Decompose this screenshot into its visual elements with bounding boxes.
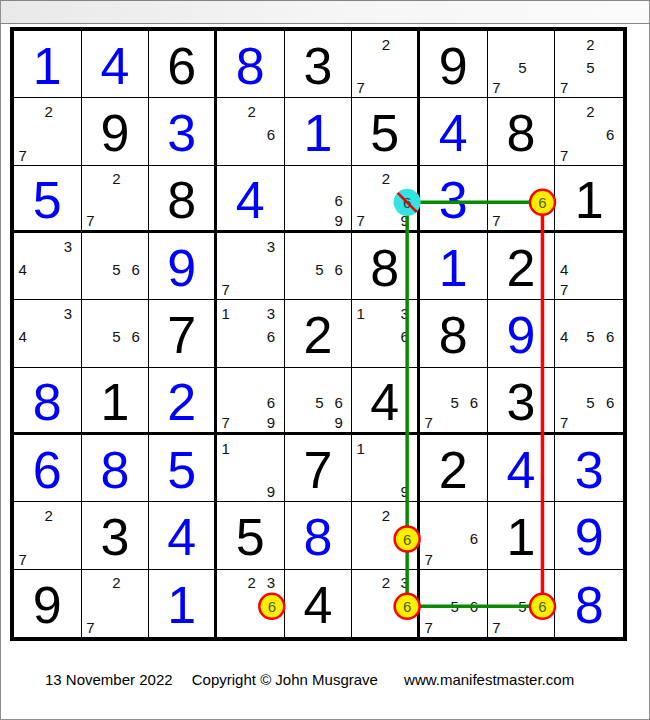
pencil-mark: 5 [315,395,323,410]
cell-value: 7 [304,444,333,496]
pencil-mark: 6 [606,329,614,344]
cell-r1c3[interactable]: 6 [149,31,217,98]
footer-date: 13 November 2022 [45,671,173,688]
pencil-mark: 3 [267,305,275,320]
cell-r8c6[interactable]: 2 [352,502,420,569]
cell-value: 9 [575,511,604,563]
pencil-mark: 6 [334,261,342,276]
pencil-mark: 5 [586,395,594,410]
cell-r7c5[interactable]: 7 [285,435,353,502]
pencil-mark: 7 [221,415,229,430]
pencil-mark: 5 [112,329,120,344]
cell-r5c8[interactable]: 9 [488,300,556,367]
pencil-mark: 7 [424,619,432,634]
cell-r9c3[interactable]: 1 [149,570,217,637]
window-top-bar [0,0,650,24]
cell-r6c7[interactable]: 567 [420,368,488,435]
cell-r1c9[interactable]: 257 [555,31,623,98]
cell-r2c2[interactable]: 9 [82,98,150,165]
cell-r4c1[interactable]: 34 [14,233,82,300]
cell-value: 4 [439,107,468,159]
cell-r8c9[interactable]: 9 [555,502,623,569]
pencil-mark: 7 [357,213,365,228]
cell-r2c4[interactable]: 26 [217,98,285,165]
cell-r3c2[interactable]: 27 [82,166,150,233]
cell-r6c2[interactable]: 1 [82,368,150,435]
cell-r7c8[interactable]: 4 [488,435,556,502]
cell-value: 2 [439,444,468,496]
cell-r8c3[interactable]: 4 [149,502,217,569]
cell-r5c6[interactable]: 136 [352,300,420,367]
pencil-mark: 6 [267,127,275,142]
pencil-mark: 3 [401,305,409,320]
cell-value: 1 [507,511,536,563]
cell-r9c7[interactable]: 567 [420,570,488,637]
cell-value: 8 [370,242,399,294]
pencil-mark: 4 [18,329,26,344]
cell-value: 1 [33,40,62,92]
cell-value: 4 [370,376,399,428]
cell-r3c3[interactable]: 8 [149,166,217,233]
cell-r9c1[interactable]: 9 [14,570,82,637]
pencil-mark: 7 [424,551,432,566]
cell-r2c9[interactable]: 267 [555,98,623,165]
cell-r3c9[interactable]: 1 [555,166,623,233]
footer: 13 November 2022 Copyright © John Musgra… [45,671,574,688]
pencil-mark: 6 [470,531,478,546]
cell-value: 1 [167,579,196,631]
cell-value: 1 [101,376,130,428]
cell-r9c9[interactable]: 8 [555,570,623,637]
cell-value: 9 [167,242,196,294]
pencil-mark: 6 [267,395,275,410]
cell-value: 3 [575,444,604,496]
pencil-mark: 6 [606,127,614,142]
cell-r4c5[interactable]: 56 [285,233,353,300]
pencil-mark: 6 [267,329,275,344]
cell-r7c7[interactable]: 2 [420,435,488,502]
cell-value: 3 [439,174,468,226]
cell-r2c8[interactable]: 8 [488,98,556,165]
cell-value: 8 [304,511,333,563]
cell-r3c4[interactable]: 4 [217,166,285,233]
cell-r8c5[interactable]: 8 [285,502,353,569]
cell-r2c6[interactable]: 5 [352,98,420,165]
pencil-mark: 9 [267,415,275,430]
cell-value: 1 [575,174,604,226]
pencil-mark: 3 [64,238,72,253]
cell-value: 6 [33,444,62,496]
cell-r4c8[interactable]: 2 [488,233,556,300]
pencil-mark: 2 [112,575,120,590]
cell-r9c8[interactable]: 57 [488,570,556,637]
cell-value: 1 [304,107,333,159]
cell-r9c5[interactable]: 4 [285,570,353,637]
cell-r2c5[interactable]: 1 [285,98,353,165]
cell-r2c7[interactable]: 4 [420,98,488,165]
pencil-mark: 7 [492,213,500,228]
cell-value: 7 [167,309,196,361]
pencil-mark: 6 [334,193,342,208]
pencil-mark: 7 [424,415,432,430]
cell-value: 5 [370,107,399,159]
pencil-mark: 6 [334,395,342,410]
cell-value: 8 [33,376,62,428]
cell-r8c8[interactable]: 1 [488,502,556,569]
cell-value: 2 [507,242,536,294]
cell-r9c2[interactable]: 27 [82,570,150,637]
pencil-mark: 2 [382,170,390,185]
cell-r5c1[interactable]: 34 [14,300,82,367]
cell-r6c5[interactable]: 569 [285,368,353,435]
cell-r1c2[interactable]: 4 [82,31,150,98]
footer-site: www.manifestmaster.com [404,671,574,688]
pencil-mark: 2 [112,170,120,185]
cell-value: 3 [507,376,536,428]
pencil-mark: 6 [606,395,614,410]
cell-r6c8[interactable]: 3 [488,368,556,435]
pencil-mark: 1 [357,305,365,320]
cell-r2c3[interactable]: 3 [149,98,217,165]
cell-r1c4[interactable]: 8 [217,31,285,98]
cell-r5c3[interactable]: 7 [149,300,217,367]
cell-value: 6 [167,40,196,92]
pencil-mark: 7 [492,80,500,95]
pencil-mark: 7 [492,619,500,634]
pencil-mark: 6 [131,329,139,344]
pencil-mark: 5 [450,395,458,410]
pencil-mark: 2 [586,36,594,51]
cell-value: 4 [101,40,130,92]
cell-r1c1[interactable]: 1 [14,31,82,98]
pencil-mark: 6 [470,395,478,410]
cell-value: 8 [439,309,468,361]
cell-r7c3[interactable]: 5 [149,435,217,502]
pencil-mark: 9 [401,213,409,228]
cell-value: 5 [236,511,265,563]
cell-r9c4[interactable]: 23 [217,570,285,637]
cell-value: 3 [167,107,196,159]
footer-copyright: Copyright © John Musgrave [192,671,378,688]
cell-value: 5 [167,444,196,496]
pencil-mark: 7 [560,147,568,162]
pencil-mark: 6 [131,261,139,276]
cell-value: 9 [101,107,130,159]
cell-r5c9[interactable]: 456 [555,300,623,367]
pencil-mark: 7 [357,80,365,95]
pencil-mark: 7 [18,551,26,566]
pencil-mark: 2 [247,103,255,118]
pencil-mark: 3 [401,575,409,590]
cell-r3c5[interactable]: 69 [285,166,353,233]
cell-r1c6[interactable]: 27 [352,31,420,98]
cell-r6c1[interactable]: 8 [14,368,82,435]
pencil-mark: 2 [44,507,52,522]
cell-r4c2[interactable]: 56 [82,233,150,300]
pencil-mark: 7 [560,415,568,430]
cell-r6c9[interactable]: 567 [555,368,623,435]
cell-r4c9[interactable]: 47 [555,233,623,300]
pencil-mark: 5 [518,599,526,614]
pencil-mark: 5 [112,261,120,276]
pencil-mark: 1 [357,440,365,455]
cell-value: 8 [236,40,265,92]
pencil-mark: 9 [334,415,342,430]
cell-r5c4[interactable]: 136 [217,300,285,367]
pencil-mark: 5 [315,261,323,276]
pencil-mark: 7 [560,282,568,297]
cell-r4c6[interactable]: 8 [352,233,420,300]
cell-r1c7[interactable]: 9 [420,31,488,98]
cell-value: 8 [507,107,536,159]
pencil-mark: 5 [586,59,594,74]
cell-value: 9 [439,40,468,92]
cell-r7c2[interactable]: 8 [82,435,150,502]
pencil-mark: 2 [382,507,390,522]
cell-value: 5 [33,174,62,226]
pencil-mark: 4 [560,329,568,344]
pencil-mark: 7 [221,282,229,297]
cell-r8c2[interactable]: 3 [82,502,150,569]
cell-r7c9[interactable]: 3 [555,435,623,502]
cell-value: 2 [304,309,333,361]
cell-r1c5[interactable]: 3 [285,31,353,98]
cell-r7c1[interactable]: 6 [14,435,82,502]
cell-value: 1 [439,242,468,294]
pencil-mark: 2 [382,575,390,590]
cell-r5c2[interactable]: 56 [82,300,150,367]
cell-value: 3 [304,40,333,92]
pencil-mark: 7 [560,80,568,95]
cell-r4c7[interactable]: 1 [420,233,488,300]
cell-r8c1[interactable]: 27 [14,502,82,569]
pencil-mark: 6 [401,329,409,344]
pencil-mark: 9 [267,484,275,499]
cell-value: 8 [101,444,130,496]
pencil-mark: 2 [586,103,594,118]
cell-r7c4[interactable]: 19 [217,435,285,502]
pencil-mark: 1 [221,305,229,320]
cell-r4c3[interactable]: 9 [149,233,217,300]
cell-value: 2 [167,376,196,428]
pencil-mark: 6 [470,599,478,614]
pencil-mark: 5 [450,599,458,614]
cell-r3c7[interactable]: 3 [420,166,488,233]
pencil-mark: 2 [247,575,255,590]
cell-value: 8 [575,579,604,631]
cell-r6c6[interactable]: 4 [352,368,420,435]
cell-r6c3[interactable]: 2 [149,368,217,435]
cell-value: 3 [101,511,130,563]
cell-r3c8[interactable]: 7 [488,166,556,233]
cell-r8c7[interactable]: 67 [420,502,488,569]
pencil-mark: 4 [18,261,26,276]
pencil-mark: 2 [44,103,52,118]
pencil-mark: 5 [586,329,594,344]
pencil-mark: 9 [401,484,409,499]
pencil-mark: 3 [267,238,275,253]
cell-r6c4[interactable]: 679 [217,368,285,435]
pencil-mark: 3 [64,305,72,320]
pencil-mark: 1 [221,440,229,455]
cell-r3c1[interactable]: 5 [14,166,82,233]
sudoku-board: 666666 146832795725727932615482675278469… [10,27,627,641]
cell-r5c7[interactable]: 8 [420,300,488,367]
cell-value: 9 [33,579,62,631]
pencil-mark: 9 [334,213,342,228]
cell-r5c5[interactable]: 2 [285,300,353,367]
pencil-mark: 2 [382,36,390,51]
pencil-mark: 7 [86,213,94,228]
pencil-mark: 3 [267,575,275,590]
cell-value: 4 [304,579,333,631]
cell-r4c4[interactable]: 37 [217,233,285,300]
cell-r9c6[interactable]: 23 [352,570,420,637]
pencil-mark: 7 [18,147,26,162]
cell-value: 4 [236,174,265,226]
pencil-mark: 5 [518,59,526,74]
cell-r3c6[interactable]: 279 [352,166,420,233]
pencil-mark: 4 [560,261,568,276]
cell-value: 9 [507,309,536,361]
cell-r7c6[interactable]: 19 [352,435,420,502]
cell-r1c8[interactable]: 57 [488,31,556,98]
cell-value: 4 [167,511,196,563]
pencil-mark: 7 [86,619,94,634]
cell-value: 4 [507,444,536,496]
cell-value: 8 [167,174,196,226]
cell-r2c1[interactable]: 27 [14,98,82,165]
cell-r8c4[interactable]: 5 [217,502,285,569]
